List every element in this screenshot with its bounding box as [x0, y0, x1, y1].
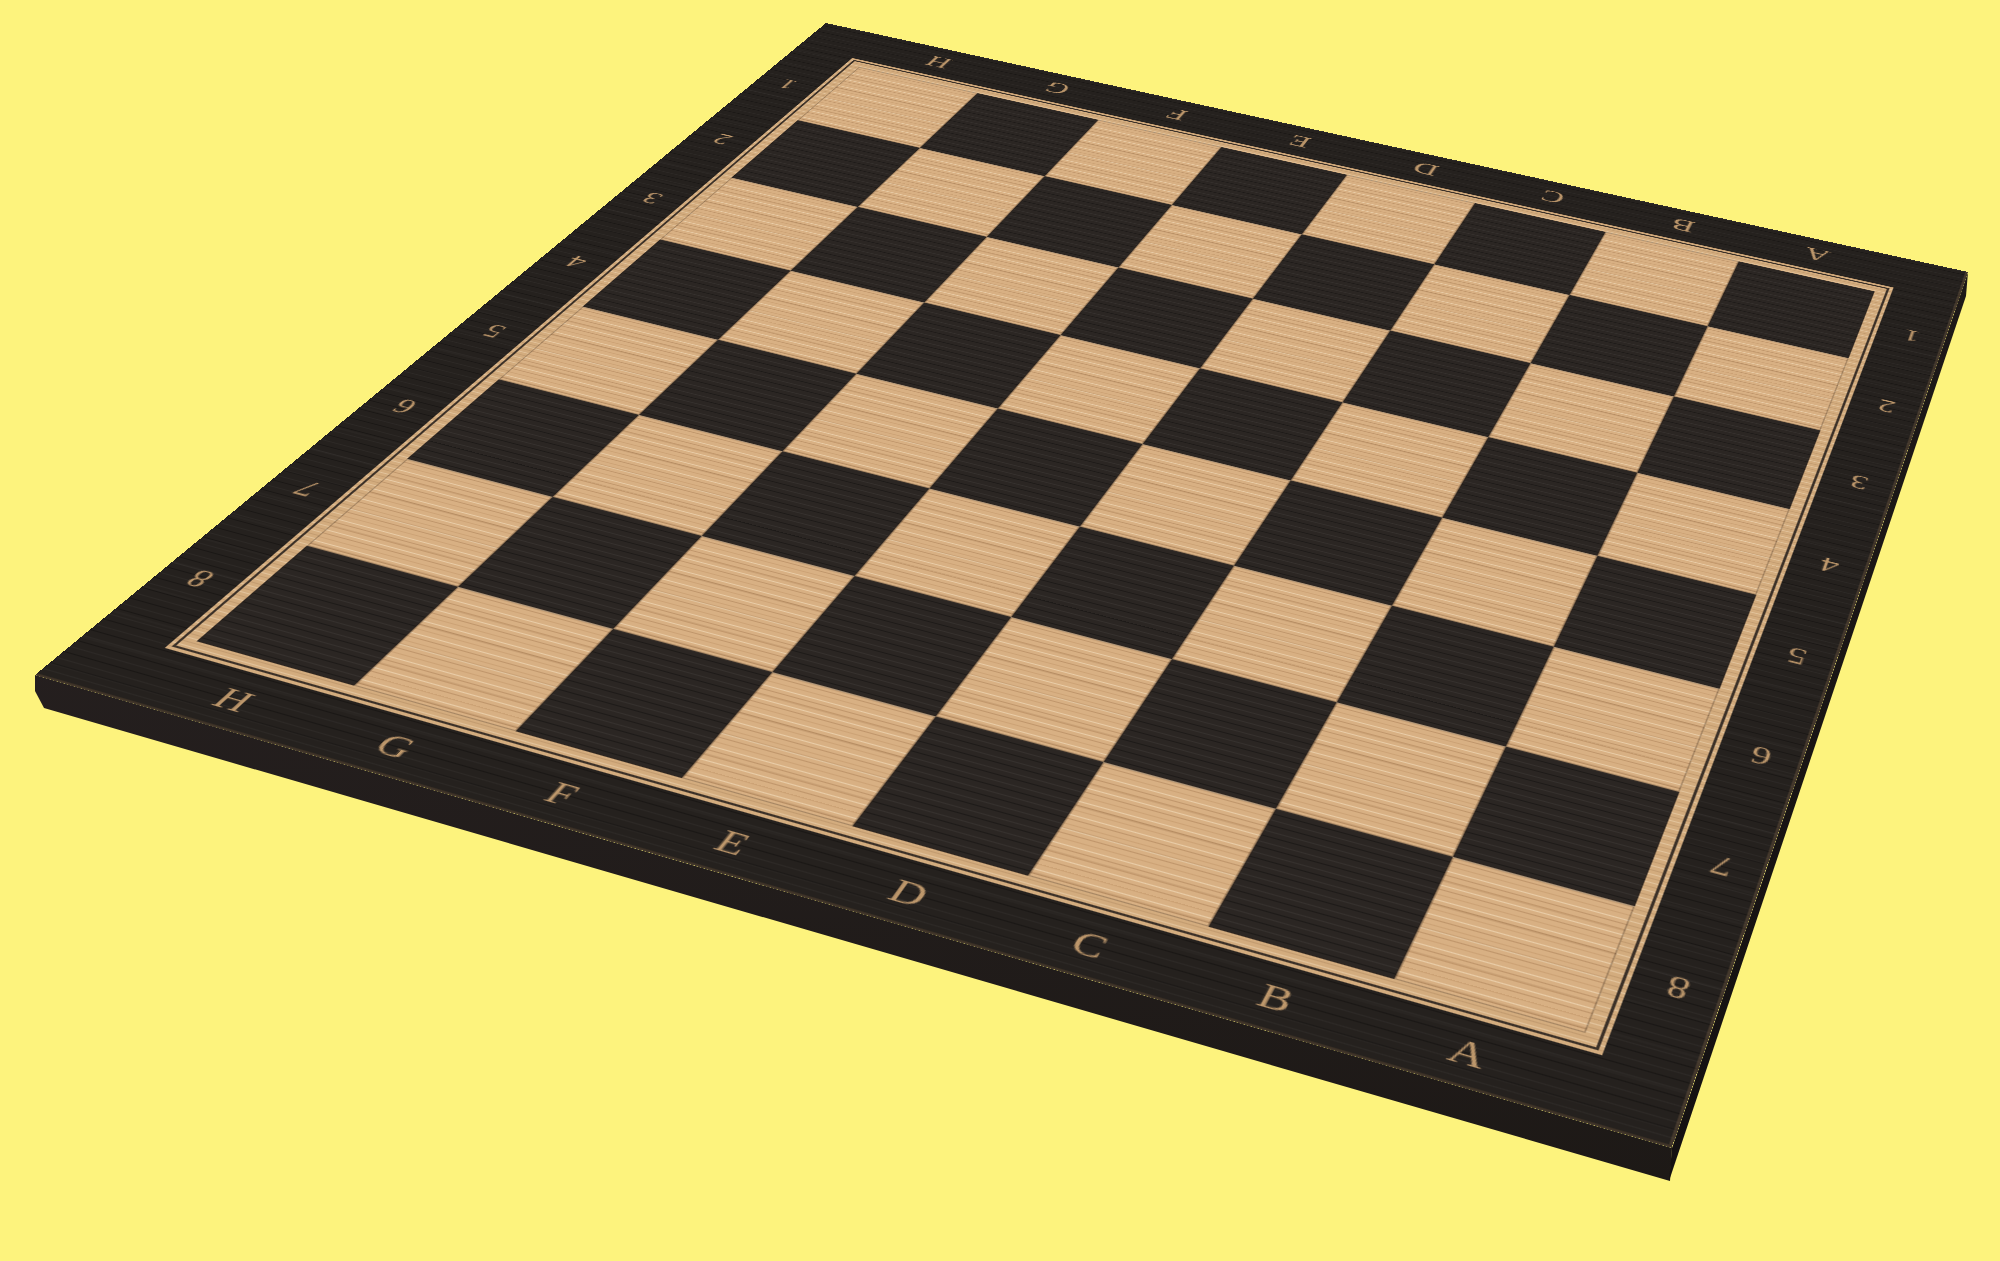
file-label-bottom-text-c: C: [1063, 922, 1117, 967]
rank-label-right-text-4: 4: [1815, 551, 1842, 578]
file-label-top-text-a: A: [1799, 243, 1832, 266]
file-label-bottom-text-d: D: [880, 871, 938, 915]
rank-label-left-text-3: 3: [635, 188, 669, 207]
rank-label-left-text-2: 2: [706, 130, 738, 148]
rank-label-left-text-7: 7: [285, 474, 329, 501]
rank-label-right-text-2: 2: [1874, 394, 1898, 417]
file-label-bottom-text-a: A: [1442, 1028, 1496, 1077]
file-label-top-text-d: D: [1407, 158, 1442, 179]
rank-label-right-text-7: 7: [1705, 847, 1738, 883]
file-label-bottom-text-e: E: [706, 822, 761, 863]
file-label-top-text-c: C: [1536, 186, 1569, 207]
rank-label-right-text-3: 3: [1846, 469, 1872, 494]
rank-label-right-text-8: 8: [1660, 967, 1695, 1007]
rank-label-right-text-1: 1: [1899, 325, 1922, 346]
rank-label-left-text-8: 8: [176, 563, 223, 592]
file-label-top-text-f: F: [1161, 105, 1193, 124]
file-label-top-text-b: B: [1667, 214, 1699, 236]
rank-label-right-text-6: 6: [1745, 739, 1776, 771]
rank-label-left-text-4: 4: [558, 251, 594, 272]
file-label-bottom-text-b: B: [1250, 975, 1303, 1022]
file-label-bottom-text-f: F: [536, 774, 590, 813]
scene: HGFEDCBA HGFEDCBA 12345678 12345678: [0, 0, 2000, 1261]
file-label-bottom-text-h: H: [203, 681, 266, 720]
file-label-top-text-h: H: [919, 52, 957, 71]
file-label-top-text-g: G: [1037, 78, 1074, 98]
rank-label-left-text-1: 1: [772, 75, 803, 92]
rank-label-left-text-5: 5: [475, 319, 513, 342]
file-label-top-text-e: E: [1283, 131, 1316, 151]
file-label-bottom-text-g: G: [365, 726, 427, 766]
rank-label-right-text-5: 5: [1782, 640, 1811, 670]
rank-label-left-text-6: 6: [384, 393, 425, 418]
